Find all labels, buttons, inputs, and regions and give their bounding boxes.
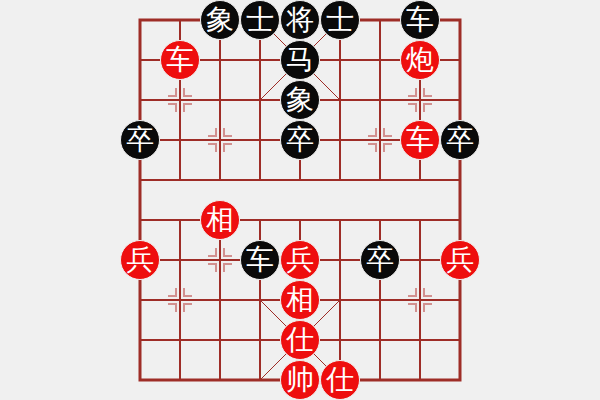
board-point[interactable] bbox=[440, 360, 480, 400]
board-point[interactable] bbox=[320, 280, 360, 320]
board-point[interactable] bbox=[400, 200, 440, 240]
board-point[interactable] bbox=[280, 160, 320, 200]
board-point[interactable] bbox=[120, 40, 160, 80]
piece-red-elephant[interactable]: 相 bbox=[280, 280, 320, 320]
board-point[interactable] bbox=[440, 200, 480, 240]
board-point[interactable] bbox=[360, 120, 400, 160]
board-point[interactable] bbox=[240, 80, 280, 120]
board-point[interactable] bbox=[120, 160, 160, 200]
board-point[interactable] bbox=[360, 40, 400, 80]
board-point[interactable] bbox=[160, 160, 200, 200]
board-point[interactable] bbox=[320, 80, 360, 120]
board-point[interactable] bbox=[320, 40, 360, 80]
piece-black-elephant[interactable]: 象 bbox=[200, 0, 240, 40]
board-point[interactable] bbox=[360, 200, 400, 240]
board-point[interactable] bbox=[160, 360, 200, 400]
piece-black-horse[interactable]: 马 bbox=[280, 40, 320, 80]
board-point[interactable] bbox=[400, 320, 440, 360]
board-point[interactable] bbox=[440, 40, 480, 80]
piece-black-pawn[interactable]: 卒 bbox=[360, 240, 400, 280]
piece-black-chariot[interactable]: 车 bbox=[400, 0, 440, 40]
board-point[interactable] bbox=[360, 280, 400, 320]
board-point[interactable] bbox=[120, 280, 160, 320]
board-point[interactable] bbox=[200, 360, 240, 400]
board-point[interactable] bbox=[240, 280, 280, 320]
piece-red-pawn[interactable]: 兵 bbox=[280, 240, 320, 280]
piece-red-general[interactable]: 帅 bbox=[280, 360, 320, 400]
board-point[interactable] bbox=[240, 120, 280, 160]
board-point[interactable] bbox=[440, 280, 480, 320]
board-point[interactable] bbox=[400, 360, 440, 400]
board-point[interactable] bbox=[160, 200, 200, 240]
board-point[interactable] bbox=[320, 200, 360, 240]
board-point[interactable] bbox=[360, 80, 400, 120]
board-point[interactable] bbox=[360, 360, 400, 400]
board-point[interactable] bbox=[160, 320, 200, 360]
board-point[interactable] bbox=[320, 240, 360, 280]
piece-black-advisor[interactable]: 士 bbox=[240, 0, 280, 40]
board-point[interactable] bbox=[160, 0, 200, 40]
board-point[interactable] bbox=[200, 40, 240, 80]
board-point[interactable] bbox=[200, 120, 240, 160]
piece-red-chariot[interactable]: 车 bbox=[400, 120, 440, 160]
board-point[interactable] bbox=[200, 240, 240, 280]
board-point[interactable] bbox=[440, 160, 480, 200]
piece-red-pawn[interactable]: 兵 bbox=[440, 240, 480, 280]
board-point[interactable] bbox=[200, 320, 240, 360]
board-point[interactable] bbox=[200, 160, 240, 200]
board-point[interactable] bbox=[240, 200, 280, 240]
board-point[interactable] bbox=[240, 320, 280, 360]
board-point[interactable] bbox=[240, 360, 280, 400]
piece-black-pawn[interactable]: 卒 bbox=[120, 120, 160, 160]
piece-red-cannon[interactable]: 炮 bbox=[400, 40, 440, 80]
piece-red-chariot[interactable]: 车 bbox=[160, 40, 200, 80]
board-point[interactable] bbox=[440, 0, 480, 40]
board-point[interactable] bbox=[160, 80, 200, 120]
board-point[interactable] bbox=[400, 160, 440, 200]
piece-red-elephant[interactable]: 相 bbox=[200, 200, 240, 240]
board-point[interactable] bbox=[120, 0, 160, 40]
piece-black-general[interactable]: 将 bbox=[280, 0, 320, 40]
piece-black-advisor[interactable]: 士 bbox=[320, 0, 360, 40]
board-point[interactable] bbox=[240, 40, 280, 80]
piece-red-pawn[interactable]: 兵 bbox=[120, 240, 160, 280]
piece-black-pawn[interactable]: 卒 bbox=[280, 120, 320, 160]
board-point[interactable] bbox=[120, 80, 160, 120]
board-point[interactable] bbox=[360, 0, 400, 40]
board-point[interactable] bbox=[320, 160, 360, 200]
board-point[interactable] bbox=[120, 320, 160, 360]
board-point[interactable] bbox=[440, 80, 480, 120]
piece-black-pawn[interactable]: 卒 bbox=[440, 120, 480, 160]
piece-black-elephant[interactable]: 象 bbox=[280, 80, 320, 120]
board-point[interactable] bbox=[240, 160, 280, 200]
xiangqi-app: 象士将士车车马炮象卒卒车卒相兵车兵卒兵相仕帅仕 bbox=[0, 0, 600, 400]
piece-red-advisor[interactable]: 仕 bbox=[280, 320, 320, 360]
board-point[interactable] bbox=[160, 280, 200, 320]
board-point[interactable] bbox=[160, 120, 200, 160]
board-point[interactable] bbox=[320, 320, 360, 360]
board-point[interactable] bbox=[400, 240, 440, 280]
piece-black-chariot[interactable]: 车 bbox=[240, 240, 280, 280]
board-point[interactable] bbox=[200, 80, 240, 120]
board-point[interactable] bbox=[320, 120, 360, 160]
board-point[interactable] bbox=[400, 80, 440, 120]
board-point[interactable] bbox=[160, 240, 200, 280]
board-point[interactable] bbox=[200, 280, 240, 320]
board-point[interactable] bbox=[120, 360, 160, 400]
board-point[interactable] bbox=[440, 320, 480, 360]
board-point[interactable] bbox=[360, 160, 400, 200]
piece-red-advisor[interactable]: 仕 bbox=[320, 360, 360, 400]
board-grid: 象士将士车车马炮象卒卒车卒相兵车兵卒兵相仕帅仕 bbox=[120, 0, 480, 400]
board-point[interactable] bbox=[280, 200, 320, 240]
board-point[interactable] bbox=[360, 320, 400, 360]
board-point[interactable] bbox=[400, 280, 440, 320]
board-point[interactable] bbox=[120, 200, 160, 240]
